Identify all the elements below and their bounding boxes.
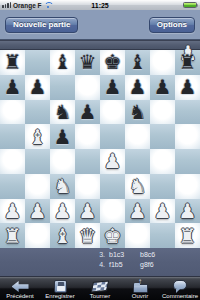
- square-c1[interactable]: ♝: [50, 223, 75, 248]
- square-e7[interactable]: ♟: [100, 75, 125, 100]
- open-folder-icon: [133, 284, 148, 293]
- black-pawn: ♟: [104, 75, 122, 99]
- move-list[interactable]: 2.g1f3d7d63.b1c3b8c64.f1b5g8f6: [0, 248, 200, 277]
- white-king: ♚: [104, 223, 122, 247]
- square-a6[interactable]: [0, 100, 25, 125]
- black-pawn: ♟: [54, 124, 72, 148]
- black-pawn: ♟: [179, 75, 197, 99]
- square-h2[interactable]: ♟: [175, 199, 200, 224]
- toolbar-label: Commentaire: [162, 293, 198, 299]
- square-b7[interactable]: ♟: [25, 75, 50, 100]
- square-a4[interactable]: [0, 149, 25, 174]
- square-a7[interactable]: ♟: [0, 75, 25, 100]
- toolbar-button-back-arrow[interactable]: Précédent: [0, 277, 40, 300]
- square-d7[interactable]: [75, 75, 100, 100]
- black-rook: ♜: [179, 50, 197, 74]
- square-b8[interactable]: [25, 50, 50, 75]
- rotate-board-icon: [91, 280, 110, 292]
- white-rook: ♜: [179, 223, 197, 247]
- square-e4[interactable]: ♟: [100, 149, 125, 174]
- square-g4[interactable]: [150, 149, 175, 174]
- square-d4[interactable]: [75, 149, 100, 174]
- square-d5[interactable]: [75, 124, 100, 149]
- move-row: 3.b1c3b8c6: [0, 250, 200, 260]
- status-bar: Orange F 11:25: [0, 0, 200, 10]
- square-c3[interactable]: ♞: [50, 174, 75, 199]
- white-pawn: ♟: [129, 199, 147, 223]
- white-pawn: ♟: [79, 199, 97, 223]
- square-e3[interactable]: [100, 174, 125, 199]
- square-c6[interactable]: ♞: [50, 100, 75, 125]
- square-g1[interactable]: [150, 223, 175, 248]
- square-a3[interactable]: [0, 174, 25, 199]
- square-g2[interactable]: ♟: [150, 199, 175, 224]
- new-game-button[interactable]: Nouvelle partie: [5, 17, 78, 33]
- white-move: b1c3: [109, 250, 140, 260]
- save-floppy-icon: [54, 280, 67, 293]
- square-f1[interactable]: [125, 223, 150, 248]
- square-g5[interactable]: [150, 124, 175, 149]
- toolbar-button-save-floppy[interactable]: Enregistrer: [40, 277, 80, 300]
- captured-pieces-tray: ♟: [0, 40, 200, 50]
- white-knight: ♞: [54, 174, 72, 198]
- square-c7[interactable]: [50, 75, 75, 100]
- square-h1[interactable]: ♜: [175, 223, 200, 248]
- square-g6[interactable]: [150, 100, 175, 125]
- square-d8[interactable]: ♛: [75, 50, 100, 75]
- square-h4[interactable]: [175, 149, 200, 174]
- move-number: 3.: [95, 250, 105, 260]
- square-e5[interactable]: [100, 124, 125, 149]
- square-d1[interactable]: ♛: [75, 223, 100, 248]
- square-a5[interactable]: [0, 124, 25, 149]
- white-pawn: ♟: [154, 199, 172, 223]
- square-e1[interactable]: ♚: [100, 223, 125, 248]
- square-b2[interactable]: ♟: [25, 199, 50, 224]
- white-move: f1b5: [109, 260, 140, 270]
- white-queen: ♛: [79, 223, 97, 247]
- square-g7[interactable]: ♟: [150, 75, 175, 100]
- clock-time: 11:25: [91, 2, 109, 9]
- square-b3[interactable]: [25, 174, 50, 199]
- bottom-toolbar: PrécédentEnregistrerTournerOuvrirComment…: [0, 277, 200, 300]
- carrier-label: Orange F: [13, 2, 42, 9]
- black-move: g8f6: [140, 260, 200, 270]
- square-b6[interactable]: [25, 100, 50, 125]
- white-rook: ♜: [4, 223, 22, 247]
- chess-board[interactable]: ♜♝♛♚♝♜♟♟♟♟♟♟♞♟♞♝♟♟♞♞♟♟♟♟♟♟♟♜♝♛♚♜: [0, 50, 200, 248]
- black-bishop: ♝: [129, 50, 147, 74]
- white-pawn: ♟: [104, 149, 122, 173]
- back-arrow-icon: [12, 281, 29, 292]
- toolbar-label: Enregistrer: [45, 293, 74, 299]
- square-d6[interactable]: ♟: [75, 100, 100, 125]
- square-d3[interactable]: [75, 174, 100, 199]
- square-c2[interactable]: ♟: [50, 199, 75, 224]
- toolbar-label: Tourner: [90, 293, 110, 299]
- comment-bubble-icon: [173, 280, 187, 290]
- toolbar-button-comment-bubble[interactable]: Commentaire: [160, 277, 200, 300]
- square-h8[interactable]: ♜: [175, 50, 200, 75]
- black-bishop: ♝: [54, 50, 72, 74]
- square-b5[interactable]: ♝: [25, 124, 50, 149]
- square-d2[interactable]: ♟: [75, 199, 100, 224]
- chess-app-screen: Orange F 11:25 Nouvelle partie Options ♟…: [0, 0, 200, 300]
- black-pawn: ♟: [79, 100, 97, 124]
- square-f7[interactable]: ♟: [125, 75, 150, 100]
- options-button[interactable]: Options: [149, 17, 195, 33]
- square-e2[interactable]: [100, 199, 125, 224]
- square-h7[interactable]: ♟: [175, 75, 200, 100]
- black-knight: ♞: [54, 100, 72, 124]
- black-knight: ♞: [129, 100, 147, 124]
- black-pawn: ♟: [4, 75, 22, 99]
- toolbar-label: Précédent: [6, 293, 33, 299]
- black-pawn: ♟: [129, 75, 147, 99]
- signal-strength-icon: [2, 2, 11, 8]
- move-number: 4.: [95, 260, 105, 270]
- black-move: b8c6: [140, 250, 200, 260]
- wifi-icon: [44, 2, 53, 9]
- black-king: ♚: [104, 50, 122, 74]
- square-e6[interactable]: [100, 100, 125, 125]
- toolbar-label: Ouvrir: [132, 293, 148, 299]
- square-b1[interactable]: [25, 223, 50, 248]
- navigation-bar: Nouvelle partie Options: [0, 10, 200, 40]
- battery-icon: [183, 2, 197, 9]
- move-row: 4.f1b5g8f6: [0, 260, 200, 270]
- square-g3[interactable]: [150, 174, 175, 199]
- black-rook: ♜: [4, 50, 22, 74]
- white-pawn: ♟: [29, 199, 47, 223]
- square-f5[interactable]: [125, 124, 150, 149]
- square-b4[interactable]: [25, 149, 50, 174]
- square-a8[interactable]: ♜: [0, 50, 25, 75]
- square-f6[interactable]: ♞: [125, 100, 150, 125]
- black-pawn: ♟: [29, 75, 47, 99]
- square-c5[interactable]: ♟: [50, 124, 75, 149]
- white-bishop: ♝: [54, 223, 72, 247]
- square-c8[interactable]: ♝: [50, 50, 75, 75]
- white-pawn: ♟: [54, 199, 72, 223]
- square-e8[interactable]: ♚: [100, 50, 125, 75]
- white-bishop: ♝: [29, 124, 47, 148]
- square-g8[interactable]: [150, 50, 175, 75]
- square-f3[interactable]: ♞: [125, 174, 150, 199]
- white-pawn: ♟: [179, 199, 197, 223]
- toolbar-button-rotate-board[interactable]: Tourner: [80, 277, 120, 300]
- square-f2[interactable]: ♟: [125, 199, 150, 224]
- black-queen: ♛: [79, 50, 97, 74]
- square-h3[interactable]: [175, 174, 200, 199]
- square-c4[interactable]: [50, 149, 75, 174]
- toolbar-button-open-folder[interactable]: Ouvrir: [120, 277, 160, 300]
- square-a1[interactable]: ♜: [0, 223, 25, 248]
- square-h6[interactable]: [175, 100, 200, 125]
- square-a2[interactable]: ♟: [0, 199, 25, 224]
- black-pawn: ♟: [154, 75, 172, 99]
- square-f8[interactable]: ♝: [125, 50, 150, 75]
- white-knight: ♞: [129, 174, 147, 198]
- white-pawn: ♟: [4, 199, 22, 223]
- square-h5[interactable]: [175, 124, 200, 149]
- captured-white-pawn: ♟: [179, 41, 197, 50]
- square-f4[interactable]: [125, 149, 150, 174]
